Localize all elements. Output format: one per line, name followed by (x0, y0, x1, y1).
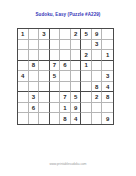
grid-cell-r8c2: 6 (29, 103, 40, 114)
grid-cell-r5c9: 3 (102, 71, 113, 82)
grid-cell-r2c1 (18, 40, 29, 51)
grid-cell-r1c5 (60, 29, 71, 40)
grid-cell-r3c3 (39, 50, 50, 61)
grid-cell-r4c7: 1 (81, 61, 92, 72)
grid-cell-r6c6 (71, 82, 82, 93)
grid-cell-r3c1 (18, 50, 29, 61)
grid-cell-r7c1 (18, 92, 29, 103)
grid-cell-r3c5 (60, 50, 71, 61)
grid-cell-r9c2 (29, 113, 40, 124)
grid-cell-r5c5 (60, 71, 71, 82)
grid-cell-r6c5 (60, 82, 71, 93)
grid-cell-r3c2 (29, 50, 40, 61)
grid-cell-r2c4 (50, 40, 61, 51)
grid-cell-r5c4: 5 (50, 71, 61, 82)
grid-cell-r4c2: 8 (29, 61, 40, 72)
grid-cell-r9c6: 4 (71, 113, 82, 124)
grid-cell-r5c8 (92, 71, 103, 82)
grid-cell-r2c2 (29, 40, 40, 51)
sudoku-sheet: Sudoku, Easy (Puzzle #A229) 132593218761… (0, 0, 136, 176)
grid-cell-r1c8: 9 (92, 29, 103, 40)
grid-cell-r2c5 (60, 40, 71, 51)
grid-cell-r9c4 (50, 113, 61, 124)
grid-cell-r4c9 (102, 61, 113, 72)
grid-cell-r8c1 (18, 103, 29, 114)
grid-cell-r1c3: 3 (39, 29, 50, 40)
grid-cell-r5c3 (39, 71, 50, 82)
grid-cell-r3c8 (92, 50, 103, 61)
grid-cell-r3c9: 1 (102, 50, 113, 61)
grid-cell-r4c5: 6 (60, 61, 71, 72)
grid-cell-r4c3 (39, 61, 50, 72)
grid-cell-r6c9: 4 (102, 82, 113, 93)
sudoku-grid: 1325932187614538437528619849 (17, 28, 114, 125)
grid-cell-r9c9: 9 (102, 113, 113, 124)
grid-cell-r4c6 (71, 61, 82, 72)
grid-cell-r9c7 (81, 113, 92, 124)
grid-cell-r3c4 (50, 50, 61, 61)
grid-cell-r8c8 (92, 103, 103, 114)
grid-cell-r6c4 (50, 82, 61, 93)
grid-cell-r1c1: 1 (18, 29, 29, 40)
grid-cell-r2c3 (39, 40, 50, 51)
grid-cell-r3c7: 2 (81, 50, 92, 61)
grid-cell-r2c9 (102, 40, 113, 51)
grid-cell-r7c9: 8 (102, 92, 113, 103)
grid-cell-r9c5: 8 (60, 113, 71, 124)
grid-cell-r7c7 (81, 92, 92, 103)
grid-cell-r6c1 (18, 82, 29, 93)
grid-cell-r8c6: 9 (71, 103, 82, 114)
grid-cell-r5c7 (81, 71, 92, 82)
grid-cell-r9c1 (18, 113, 29, 124)
grid-cell-r6c2 (29, 82, 40, 93)
page-title: Sudoku, Easy (Puzzle #A229) (0, 12, 136, 17)
grid-cell-r4c4: 7 (50, 61, 61, 72)
grid-cell-r7c8: 2 (92, 92, 103, 103)
grid-cell-r3c6 (71, 50, 82, 61)
grid-cell-r5c6 (71, 71, 82, 82)
grid-cell-r1c7: 5 (81, 29, 92, 40)
grid-cell-r8c5: 1 (60, 103, 71, 114)
footer-url: www.printablesudoku.com (0, 162, 136, 166)
grid-cell-r7c5: 7 (60, 92, 71, 103)
grid-cell-r8c4 (50, 103, 61, 114)
grid-cell-r5c1: 4 (18, 71, 29, 82)
grid-cell-r9c8 (92, 113, 103, 124)
grid-cell-r2c7 (81, 40, 92, 51)
grid-cell-r8c3 (39, 103, 50, 114)
grid-cell-r6c8: 8 (92, 82, 103, 93)
grid-cell-r8c9 (102, 103, 113, 114)
grid-cell-r1c4 (50, 29, 61, 40)
grid-cell-r2c8: 3 (92, 40, 103, 51)
grid-cell-r1c6: 2 (71, 29, 82, 40)
grid-cell-r4c8 (92, 61, 103, 72)
grid-cell-r1c2 (29, 29, 40, 40)
grid-cell-r7c6: 5 (71, 92, 82, 103)
grid-cell-r6c3 (39, 82, 50, 93)
grid-cell-r6c7 (81, 82, 92, 93)
grid-cell-r4c1 (18, 61, 29, 72)
grid-cell-r7c4 (50, 92, 61, 103)
grid-cell-r2c6 (71, 40, 82, 51)
grid-cell-r7c2: 3 (29, 92, 40, 103)
grid-cell-r7c3 (39, 92, 50, 103)
grid-cell-r5c2 (29, 71, 40, 82)
grid-cell-r1c9 (102, 29, 113, 40)
grid-cell-r8c7 (81, 103, 92, 114)
grid-cell-r9c3 (39, 113, 50, 124)
